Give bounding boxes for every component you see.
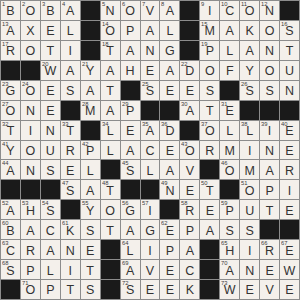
cell-r7c4[interactable]: 33T — [61, 121, 80, 140]
cell-r8c13[interactable]: I — [240, 141, 259, 160]
cell-r8c1[interactable]: 41Y — [1, 141, 20, 160]
cell-r15c2[interactable]: 71O — [21, 280, 40, 299]
cell-r8c2[interactable]: O — [21, 141, 40, 160]
cell-r9c7[interactable]: 45S — [121, 160, 140, 179]
cell-r10c10[interactable]: E — [180, 180, 199, 199]
cell-r1c12[interactable]: 10C — [220, 1, 239, 20]
cell-r2c9[interactable]: L — [160, 21, 179, 40]
cell-letter: S — [66, 185, 74, 200]
cell-r12c1[interactable]: 60B — [1, 220, 20, 239]
cell-r13c10[interactable]: A — [180, 240, 199, 259]
cell-r7c12[interactable]: L — [220, 121, 239, 140]
cell-letter: A — [226, 25, 234, 40]
cell-r11c6[interactable]: O — [101, 200, 120, 219]
cell-r15c5[interactable]: S — [81, 280, 100, 299]
cell-r6c5[interactable]: 28M — [81, 101, 100, 120]
cell-r13c3[interactable]: A — [41, 240, 60, 259]
cell-r11c10[interactable]: 58R — [180, 200, 199, 219]
cell-r14c4[interactable]: I — [61, 260, 80, 279]
clue-number-18: 18 — [102, 41, 108, 47]
clue-number-6: 6 — [122, 1, 125, 7]
cell-r10c5[interactable]: A — [81, 180, 100, 199]
clue-number-71: 71 — [22, 280, 28, 286]
clue-number-51: 51 — [241, 180, 247, 186]
cell-r1c9[interactable]: 8A — [160, 1, 179, 20]
cell-r4c3[interactable]: 20W — [41, 61, 60, 80]
cell-letter: O — [105, 205, 115, 220]
cell-r10c4[interactable]: 47S — [61, 180, 80, 199]
cell-letter: L — [87, 165, 94, 180]
clue-number-72: 72 — [122, 280, 128, 286]
clue-number-49: 49 — [161, 180, 167, 186]
cell-r10c6[interactable]: 48T — [101, 180, 120, 199]
cell-letter: A — [265, 165, 273, 180]
cell-letter: L — [47, 265, 54, 280]
cell-letter: I — [208, 5, 211, 20]
cell-r8c5[interactable]: 42P — [81, 141, 100, 160]
cell-letter: A — [46, 245, 54, 260]
cell-r13c1[interactable]: 63C — [1, 240, 20, 259]
cell-r2c15[interactable]: 16S — [280, 21, 299, 40]
cell-r4c5[interactable]: 21Y — [81, 61, 100, 80]
cell-r9c14[interactable]: A — [260, 160, 279, 179]
cell-r5c15[interactable]: N — [280, 81, 299, 100]
cell-r8c12[interactable]: M — [220, 141, 239, 160]
cell-r14c1[interactable]: 68S — [1, 260, 20, 279]
clue-number-57: 57 — [142, 200, 148, 206]
cell-r14c7[interactable]: 69A — [121, 260, 140, 279]
cell-r7c11[interactable]: 37O — [200, 121, 219, 140]
cell-r4c6[interactable]: A — [101, 61, 120, 80]
cell-r15c4[interactable]: T — [61, 280, 80, 299]
cell-r7c1[interactable]: 32T — [1, 121, 20, 140]
clue-number-48: 48 — [102, 180, 108, 186]
clue-number-65: 65 — [221, 240, 227, 246]
clue-number-31: 31 — [221, 101, 227, 107]
cell-r12c12[interactable]: S — [220, 220, 239, 239]
cell-r14c5[interactable]: T — [81, 260, 100, 279]
cell-r6c1[interactable]: 27O — [1, 101, 20, 120]
cell-r3c3[interactable]: T — [41, 41, 60, 60]
cell-r9c9[interactable]: A — [160, 160, 179, 179]
clue-number-21: 21 — [82, 61, 88, 67]
cell-r3c8[interactable]: N — [141, 41, 160, 60]
cell-r5c3[interactable]: E — [41, 81, 60, 100]
cell-r6c11[interactable]: T — [200, 101, 219, 120]
cell-r11c15[interactable]: E — [280, 200, 299, 219]
cell-r8c9[interactable]: E — [160, 141, 179, 160]
cell-letter: P — [265, 185, 273, 200]
cell-r5c11[interactable]: S — [200, 81, 219, 100]
cell-r1c2[interactable]: 2O — [21, 1, 40, 20]
cell-letter: L — [67, 25, 74, 40]
cell-r14c9[interactable]: E — [160, 260, 179, 279]
cell-r1c14[interactable]: 12N — [260, 1, 279, 20]
cell-r12c3[interactable]: C — [41, 220, 60, 239]
cell-r9c15[interactable]: R — [280, 160, 299, 179]
cell-letter: A — [166, 5, 174, 20]
cell-letter: S — [206, 85, 214, 100]
clue-number-12: 12 — [261, 1, 267, 7]
clue-number-40: 40 — [281, 121, 287, 127]
cell-r13c12[interactable]: 65H — [220, 240, 239, 259]
cell-letter: S — [126, 165, 134, 180]
cell-r1c4[interactable]: 4A — [61, 1, 80, 20]
cell-r2c14[interactable]: O — [260, 21, 279, 40]
cell-r10c11[interactable]: 50T — [200, 180, 219, 199]
cell-r7c2[interactable]: I — [21, 121, 40, 140]
cell-r13c9[interactable]: P — [160, 240, 179, 259]
cell-r15c8[interactable]: E — [141, 280, 160, 299]
clue-number-45: 45 — [122, 160, 128, 166]
black-cell-r6c13 — [240, 101, 259, 120]
cell-r5c2[interactable]: 24O — [21, 81, 40, 100]
cell-r12c8[interactable]: G — [141, 220, 160, 239]
cell-r5c9[interactable]: E — [160, 81, 179, 100]
cell-letter: A — [206, 225, 214, 240]
cell-letter: Y — [245, 65, 253, 80]
cell-r5c8[interactable]: 25S — [141, 81, 160, 100]
cell-r7c9[interactable]: 36D — [160, 121, 179, 140]
cell-r3c6[interactable]: 18T — [101, 41, 120, 60]
cell-r3c1[interactable]: 17R — [1, 41, 20, 60]
cell-r11c5[interactable]: 55Y — [81, 200, 100, 219]
cell-letter: A — [86, 185, 94, 200]
cell-r10c13[interactable]: 51O — [240, 180, 259, 199]
cell-r9c4[interactable]: E — [61, 160, 80, 179]
cell-letter: V — [265, 284, 273, 299]
cell-letter: A — [106, 65, 114, 80]
cell-letter: A — [26, 225, 34, 240]
cell-r9c1[interactable]: 44A — [1, 160, 20, 179]
cell-letter: E — [265, 265, 273, 280]
black-cell-r10c2 — [21, 180, 40, 199]
cell-r2c7[interactable]: P — [121, 21, 140, 40]
cell-r11c2[interactable]: 53H — [21, 200, 40, 219]
cell-letter: I — [29, 125, 32, 140]
cell-letter: I — [248, 145, 251, 160]
cell-r1c3[interactable]: 3B — [41, 1, 60, 20]
cell-r8c8[interactable]: C — [141, 141, 160, 160]
cell-r14c13[interactable]: N — [240, 260, 259, 279]
clue-number-60: 60 — [2, 220, 8, 226]
cell-r4c7[interactable]: H — [121, 61, 140, 80]
black-cell-r15c11 — [200, 280, 219, 299]
cell-r10c9[interactable]: 49N — [160, 180, 179, 199]
cell-letter: K — [245, 25, 253, 40]
cell-letter: M — [225, 145, 235, 160]
cell-r2c1[interactable]: 13A — [1, 21, 20, 40]
cell-r3c7[interactable]: A — [121, 41, 140, 60]
black-cell-r3c5 — [81, 41, 100, 60]
black-cell-r6c4 — [61, 101, 80, 120]
cell-r2c4[interactable]: L — [61, 21, 80, 40]
cell-letter: N — [265, 145, 274, 160]
cell-letter: E — [86, 245, 94, 260]
cell-r7c8[interactable]: 35A — [141, 121, 160, 140]
cell-r5c5[interactable]: A — [81, 81, 100, 100]
cell-r12c2[interactable]: A — [21, 220, 40, 239]
clue-number-47: 47 — [62, 180, 68, 186]
cell-r13c14[interactable]: 66R — [260, 240, 279, 259]
cell-r14c3[interactable]: L — [41, 260, 60, 279]
cell-letter: L — [107, 145, 114, 160]
cell-letter: A — [166, 165, 174, 180]
cell-r13c7[interactable]: 64L — [121, 240, 140, 259]
cell-letter: S — [245, 85, 253, 100]
cell-r5c13[interactable]: 26S — [240, 81, 259, 100]
cell-r3c13[interactable]: A — [240, 41, 259, 60]
cell-r15c13[interactable]: E — [240, 280, 259, 299]
cell-r15c9[interactable]: E — [160, 280, 179, 299]
cell-letter: M — [205, 25, 215, 40]
clue-number-73: 73 — [221, 280, 227, 286]
cell-letter: A — [226, 265, 234, 280]
cell-letter: X — [26, 25, 34, 40]
cell-r2c13[interactable]: K — [240, 21, 259, 40]
cell-letter: C — [185, 265, 194, 280]
cell-r4c15[interactable]: U — [280, 61, 299, 80]
cell-r8c7[interactable]: A — [121, 141, 140, 160]
cell-letter: R — [205, 145, 214, 160]
cell-r8c4[interactable]: R — [61, 141, 80, 160]
cell-letter: N — [145, 45, 154, 60]
clue-number-5: 5 — [102, 1, 105, 7]
cell-letter: N — [26, 105, 35, 120]
cell-letter: I — [69, 45, 72, 60]
cell-r12c4[interactable]: 61K — [61, 220, 80, 239]
cell-r15c15[interactable]: E — [280, 280, 299, 299]
cell-r12c10[interactable]: P — [180, 220, 199, 239]
cell-r5c4[interactable]: S — [61, 81, 80, 100]
black-cell-r13c6 — [101, 240, 120, 259]
cell-letter: E — [285, 284, 293, 299]
cell-r9c8[interactable]: L — [141, 160, 160, 179]
cell-r14c14[interactable]: E — [260, 260, 279, 279]
cell-r8c6[interactable]: L — [101, 141, 120, 160]
cell-letter: R — [6, 45, 15, 60]
cell-r4c4[interactable]: A — [61, 61, 80, 80]
cell-r1c11[interactable]: 9I — [200, 1, 219, 20]
cell-r4c14[interactable]: O — [260, 61, 279, 80]
cell-r3c12[interactable]: L — [220, 41, 239, 60]
cell-r12c9[interactable]: 62E — [160, 220, 179, 239]
black-cell-r4c2 — [21, 61, 40, 80]
cell-r4c11[interactable]: O — [200, 61, 219, 80]
cell-r10c14[interactable]: P — [260, 180, 279, 199]
cell-r3c11[interactable]: 19P — [200, 41, 219, 60]
cell-letter: K — [66, 225, 74, 240]
cell-r14c8[interactable]: V — [141, 260, 160, 279]
cell-letter: L — [107, 125, 114, 140]
clue-number-53: 53 — [22, 200, 28, 206]
cell-r12c6[interactable]: T — [101, 220, 120, 239]
cell-r3c15[interactable]: T — [280, 41, 299, 60]
cell-letter: S — [86, 284, 94, 299]
cell-r3c9[interactable]: G — [160, 41, 179, 60]
cell-r7c7[interactable]: E — [121, 121, 140, 140]
cell-r15c14[interactable]: V — [260, 280, 279, 299]
cell-letter: D — [165, 125, 174, 140]
black-cell-r10c8 — [141, 180, 160, 199]
cell-letter: I — [148, 205, 151, 220]
cell-r14c15[interactable]: W — [280, 260, 299, 279]
cell-letter: H — [225, 245, 234, 260]
cell-r3c2[interactable]: O — [21, 41, 40, 60]
cell-letter: H — [126, 65, 135, 80]
cell-r7c13[interactable]: 38L — [240, 121, 259, 140]
cell-r2c2[interactable]: X — [21, 21, 40, 40]
cell-letter: N — [265, 45, 274, 60]
cell-r11c11[interactable]: E — [200, 200, 219, 219]
black-cell-r11c4 — [61, 200, 80, 219]
cell-letter: O — [26, 145, 36, 160]
cell-r7c3[interactable]: N — [41, 121, 60, 140]
cell-r13c13[interactable]: I — [240, 240, 259, 259]
cell-r2c6[interactable]: 14O — [101, 21, 120, 40]
cell-letter: F — [226, 65, 234, 80]
cell-r14c10[interactable]: C — [180, 260, 199, 279]
cell-r4c13[interactable]: Y — [240, 61, 259, 80]
cell-r8c15[interactable]: E — [280, 141, 299, 160]
clue-number-19: 19 — [201, 41, 207, 47]
clue-number-37: 37 — [201, 121, 207, 127]
cell-letter: N — [46, 125, 55, 140]
cell-r8c3[interactable]: U — [41, 141, 60, 160]
cell-letter: V — [146, 5, 154, 20]
cell-letter: G — [125, 205, 135, 220]
cell-r9c2[interactable]: N — [21, 160, 40, 179]
cell-r3c4[interactable]: I — [61, 41, 80, 60]
cell-r13c4[interactable]: N — [61, 240, 80, 259]
cell-r6c2[interactable]: N — [21, 101, 40, 120]
clue-number-68: 68 — [2, 260, 8, 266]
cell-r5c10[interactable]: E — [180, 81, 199, 100]
cell-r1c7[interactable]: 6O — [121, 1, 140, 20]
cell-letter: S — [265, 85, 273, 100]
cell-r13c8[interactable]: I — [141, 240, 160, 259]
cell-letter: E — [285, 245, 293, 260]
cell-r6c7[interactable]: 29P — [121, 101, 140, 120]
cell-r9c3[interactable]: S — [41, 160, 60, 179]
cell-r5c6[interactable]: T — [101, 81, 120, 100]
cell-r12c5[interactable]: S — [81, 220, 100, 239]
cell-r11c3[interactable]: 54S — [41, 200, 60, 219]
cell-letter: A — [66, 65, 74, 80]
cell-r9c10[interactable]: V — [180, 160, 199, 179]
cell-letter: E — [166, 145, 174, 160]
cell-letter: R — [66, 145, 75, 160]
cell-letter: W — [224, 284, 236, 299]
cell-r11c12[interactable]: 59P — [220, 200, 239, 219]
cell-letter: U — [285, 65, 294, 80]
cell-r6c3[interactable]: E — [41, 101, 60, 120]
cell-r7c6[interactable]: 34L — [101, 121, 120, 140]
cell-r15c3[interactable]: P — [41, 280, 60, 299]
cell-r5c1[interactable]: 23G — [1, 81, 20, 100]
cell-r13c2[interactable]: R — [21, 240, 40, 259]
cell-r3c14[interactable]: N — [260, 41, 279, 60]
cell-r4c10[interactable]: 22D — [180, 61, 199, 80]
cell-r2c3[interactable]: E — [41, 21, 60, 40]
cell-r2c12[interactable]: A — [220, 21, 239, 40]
cell-r6c12[interactable]: 31E — [220, 101, 239, 120]
cell-r1c6[interactable]: 5N — [101, 1, 120, 20]
cell-r8c10[interactable]: 43O — [180, 141, 199, 160]
cell-r9c5[interactable]: L — [81, 160, 100, 179]
cell-letter: S — [126, 284, 134, 299]
cell-r2c8[interactable]: A — [141, 21, 160, 40]
cell-letter: Y — [86, 205, 94, 220]
black-cell-r1c5 — [81, 1, 100, 20]
black-cell-r14c11 — [200, 260, 219, 279]
cell-r7c14[interactable]: 39I — [260, 121, 279, 140]
cell-letter: E — [166, 85, 174, 100]
cell-r9c12[interactable]: 46O — [220, 160, 239, 179]
cell-letter: E — [166, 265, 174, 280]
cell-r12c7[interactable]: A — [121, 220, 140, 239]
cell-r15c7[interactable]: 72S — [121, 280, 140, 299]
cell-r2c11[interactable]: 15M — [200, 21, 219, 40]
cell-letter: P — [206, 45, 214, 60]
clue-number-44: 44 — [2, 160, 8, 166]
cell-r7c15[interactable]: 40E — [280, 121, 299, 140]
cell-r13c15[interactable]: 67E — [280, 240, 299, 259]
cell-r11c7[interactable]: 56G — [121, 200, 140, 219]
cell-r15c12[interactable]: 73W — [220, 280, 239, 299]
cell-r12c13[interactable]: S — [240, 220, 259, 239]
clue-number-26: 26 — [241, 81, 247, 87]
cell-r1c1[interactable]: 1B — [1, 1, 20, 20]
cell-r6c10[interactable]: 30A — [180, 101, 199, 120]
cell-letter: T — [206, 185, 214, 200]
cell-r1c8[interactable]: 7V — [141, 1, 160, 20]
cell-r13c5[interactable]: E — [81, 240, 100, 259]
cell-r4c12[interactable]: F — [220, 61, 239, 80]
cell-r11c14[interactable]: T — [260, 200, 279, 219]
cell-r6c6[interactable]: A — [101, 101, 120, 120]
cell-r8c11[interactable]: R — [200, 141, 219, 160]
cell-r14c2[interactable]: P — [21, 260, 40, 279]
cell-r1c13[interactable]: 11O — [240, 1, 259, 20]
cell-r8c14[interactable]: N — [260, 141, 279, 160]
cell-letter: O — [265, 65, 275, 80]
cell-letter: R — [265, 245, 274, 260]
cell-r4c8[interactable]: E — [141, 61, 160, 80]
cell-letter: C — [145, 145, 154, 160]
clue-number-43: 43 — [181, 141, 187, 147]
clue-number-7: 7 — [142, 1, 145, 7]
cell-letter: K — [186, 284, 194, 299]
cell-r12c11[interactable]: A — [200, 220, 219, 239]
cell-r11c13[interactable]: U — [240, 200, 259, 219]
cell-r9c13[interactable]: M — [240, 160, 259, 179]
cell-letter: O — [265, 25, 275, 40]
cell-r15c10[interactable]: K — [180, 280, 199, 299]
cell-r4c9[interactable]: A — [160, 61, 179, 80]
clue-number-59: 59 — [221, 200, 227, 206]
cell-r11c8[interactable]: 57I — [141, 200, 160, 219]
cell-letter: T — [286, 45, 294, 60]
cell-r5c14[interactable]: S — [260, 81, 279, 100]
cell-r14c12[interactable]: 70A — [220, 260, 239, 279]
cell-r11c1[interactable]: 52A — [1, 200, 20, 219]
cell-r10c15[interactable]: I — [280, 180, 299, 199]
cell-letter: L — [246, 125, 253, 140]
clue-number-36: 36 — [161, 121, 167, 127]
cell-letter: S — [6, 265, 14, 280]
cell-letter: E — [46, 85, 54, 100]
